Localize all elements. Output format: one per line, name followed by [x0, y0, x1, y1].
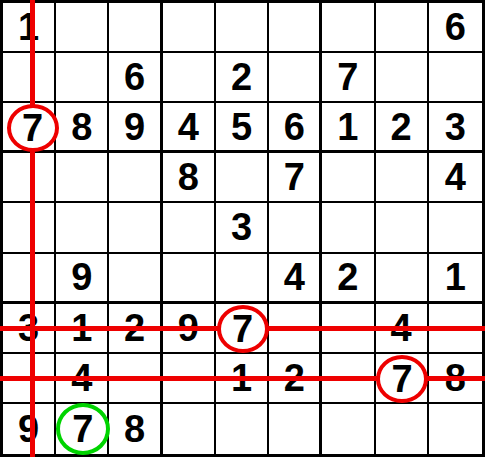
given-digit: 3 [445, 108, 466, 146]
given-digit: 3 [231, 208, 252, 246]
cell-r5c3[interactable] [109, 203, 162, 253]
cell-r7c8[interactable]: 4 [376, 304, 429, 354]
cell-r3c5[interactable]: 5 [216, 103, 269, 153]
cell-r7c2[interactable]: 1 [56, 304, 109, 354]
cell-r3c9[interactable]: 3 [429, 103, 482, 153]
given-digit: 7 [337, 58, 358, 96]
cell-r6c2[interactable]: 9 [56, 254, 109, 304]
given-digit: 3 [18, 309, 39, 347]
cell-r2c3[interactable]: 6 [109, 53, 162, 103]
cell-r5c2[interactable] [56, 203, 109, 253]
cell-r8c4[interactable] [163, 354, 216, 404]
given-digit: 1 [231, 359, 252, 397]
cell-r9c4[interactable] [163, 404, 216, 454]
cell-r7c3[interactable]: 2 [109, 304, 162, 354]
given-digit: 2 [391, 108, 412, 146]
cell-r9c1[interactable]: 9 [3, 404, 56, 454]
cell-r9c8[interactable] [376, 404, 429, 454]
given-digit: 9 [71, 258, 92, 296]
given-digit: 1 [337, 108, 358, 146]
given-digit: 2 [284, 359, 305, 397]
given-digit: 6 [124, 58, 145, 96]
cell-r2c7[interactable]: 7 [322, 53, 375, 103]
cell-r3c1[interactable]: 7 [3, 103, 56, 153]
cell-r4c8[interactable] [376, 153, 429, 203]
cell-r5c4[interactable] [163, 203, 216, 253]
cell-r5c7[interactable] [322, 203, 375, 253]
cell-r1c3[interactable] [109, 3, 162, 53]
given-digit: 9 [178, 309, 199, 347]
cell-r1c2[interactable] [56, 3, 109, 53]
given-digit: 6 [284, 108, 305, 146]
cell-r5c6[interactable] [269, 203, 322, 253]
cell-r1c7[interactable] [322, 3, 375, 53]
cell-r8c7[interactable] [322, 354, 375, 404]
cell-r6c5[interactable] [216, 254, 269, 304]
cell-r9c9[interactable] [429, 404, 482, 454]
cell-r3c3[interactable]: 9 [109, 103, 162, 153]
given-digit: 7 [18, 108, 39, 146]
cell-r1c1[interactable]: 1 [3, 3, 56, 53]
cell-r2c2[interactable] [56, 53, 109, 103]
given-digit: 8 [124, 410, 145, 448]
cell-r8c9[interactable]: 8 [429, 354, 482, 404]
sudoku-board: 166277894561238743942131297441278978 [0, 0, 485, 457]
cell-r2c6[interactable] [269, 53, 322, 103]
given-digit: 7 [391, 359, 412, 397]
cell-r6c1[interactable] [3, 254, 56, 304]
cell-r7c9[interactable] [429, 304, 482, 354]
cell-r6c4[interactable] [163, 254, 216, 304]
cell-r4c6[interactable]: 7 [269, 153, 322, 203]
cell-r8c1[interactable] [3, 354, 56, 404]
cell-r5c5[interactable]: 3 [216, 203, 269, 253]
cell-r3c6[interactable]: 6 [269, 103, 322, 153]
cell-r8c8[interactable]: 7 [376, 354, 429, 404]
cell-r3c8[interactable]: 2 [376, 103, 429, 153]
cell-r8c5[interactable]: 1 [216, 354, 269, 404]
given-digit: 4 [445, 158, 466, 196]
cell-r3c2[interactable]: 8 [56, 103, 109, 153]
cell-r9c5[interactable] [216, 404, 269, 454]
cell-r8c2[interactable]: 4 [56, 354, 109, 404]
cell-r6c8[interactable] [376, 254, 429, 304]
given-digit: 4 [71, 359, 92, 397]
cell-r1c5[interactable] [216, 3, 269, 53]
cell-r9c3[interactable]: 8 [109, 404, 162, 454]
cell-r1c8[interactable] [376, 3, 429, 53]
cell-r7c6[interactable] [269, 304, 322, 354]
given-digit: 7 [284, 158, 305, 196]
cell-r6c7[interactable]: 2 [322, 254, 375, 304]
cell-r6c6[interactable]: 4 [269, 254, 322, 304]
given-digit: 5 [231, 108, 252, 146]
given-digit: 1 [445, 258, 466, 296]
cell-r7c7[interactable] [322, 304, 375, 354]
cell-r2c4[interactable] [163, 53, 216, 103]
cell-r1c6[interactable] [269, 3, 322, 53]
cell-r4c5[interactable] [216, 153, 269, 203]
cell-r4c7[interactable] [322, 153, 375, 203]
cell-r5c1[interactable] [3, 203, 56, 253]
given-digit: 8 [445, 359, 466, 397]
given-digit: 1 [18, 8, 39, 46]
cell-r8c6[interactable]: 2 [269, 354, 322, 404]
cell-r7c4[interactable]: 9 [163, 304, 216, 354]
cell-r9c7[interactable] [322, 404, 375, 454]
cell-r8c3[interactable] [109, 354, 162, 404]
cell-r4c1[interactable] [3, 153, 56, 203]
sudoku-puzzle: 166277894561238743942131297441278978 777… [0, 0, 485, 457]
cell-r2c9[interactable] [429, 53, 482, 103]
cell-r4c4[interactable]: 8 [163, 153, 216, 203]
given-digit: 4 [391, 309, 412, 347]
cell-r3c4[interactable]: 4 [163, 103, 216, 153]
cell-r9c2[interactable]: 7 [56, 404, 109, 454]
given-digit: 6 [445, 8, 466, 46]
given-digit: 1 [71, 309, 92, 347]
given-digit: 8 [71, 108, 92, 146]
given-digit: 2 [124, 309, 145, 347]
cell-r7c1[interactable]: 3 [3, 304, 56, 354]
given-digit: 8 [178, 158, 199, 196]
cell-r6c3[interactable] [109, 254, 162, 304]
cell-r4c9[interactable]: 4 [429, 153, 482, 203]
cell-r3c7[interactable]: 1 [322, 103, 375, 153]
cell-r5c8[interactable] [376, 203, 429, 253]
cell-r4c2[interactable] [56, 153, 109, 203]
given-digit: 7 [71, 410, 92, 448]
cell-r2c8[interactable] [376, 53, 429, 103]
given-digit: 2 [337, 258, 358, 296]
cell-r1c4[interactable] [163, 3, 216, 53]
cell-r7c5[interactable]: 7 [216, 304, 269, 354]
given-digit: 4 [178, 108, 199, 146]
cell-r6c9[interactable]: 1 [429, 254, 482, 304]
cell-r9c6[interactable] [269, 404, 322, 454]
cell-r1c9[interactable]: 6 [429, 3, 482, 53]
given-digit: 9 [18, 410, 39, 448]
cell-r5c9[interactable] [429, 203, 482, 253]
given-digit: 9 [124, 108, 145, 146]
cell-r2c1[interactable] [3, 53, 56, 103]
given-digit: 4 [284, 258, 305, 296]
cell-r2c5[interactable]: 2 [216, 53, 269, 103]
cell-r4c3[interactable] [109, 153, 162, 203]
given-digit: 7 [231, 309, 252, 347]
given-digit: 2 [231, 58, 252, 96]
